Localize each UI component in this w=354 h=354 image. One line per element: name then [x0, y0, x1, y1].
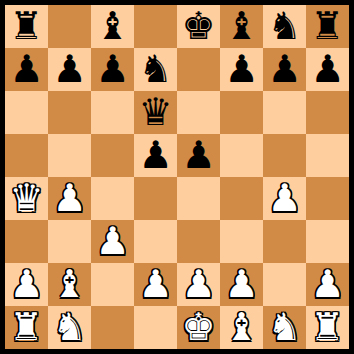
piece-black-pawn[interactable]: ♟: [267, 48, 301, 91]
square-c7[interactable]: ♟: [91, 48, 134, 91]
square-a5[interactable]: [5, 134, 48, 177]
square-a6[interactable]: [5, 91, 48, 134]
piece-white-pawn[interactable]: ♟: [95, 220, 129, 263]
piece-white-queen[interactable]: ♛: [9, 177, 43, 220]
square-a4[interactable]: ♛: [5, 177, 48, 220]
square-d5[interactable]: ♟: [134, 134, 177, 177]
square-d6[interactable]: ♛: [134, 91, 177, 134]
piece-white-rook[interactable]: ♜: [9, 306, 43, 349]
piece-black-bishop[interactable]: ♝: [95, 5, 129, 48]
piece-white-bishop[interactable]: ♝: [224, 306, 258, 349]
chess-board: ♜♝♚♝♞♜♟♟♟♞♟♟♟♛♟♟♛♟♟♟♟♝♟♟♟♟♜♞♚♝♞♜: [5, 5, 349, 349]
piece-black-knight[interactable]: ♞: [138, 48, 172, 91]
piece-black-pawn[interactable]: ♟: [9, 48, 43, 91]
square-a8[interactable]: ♜: [5, 5, 48, 48]
piece-white-pawn[interactable]: ♟: [9, 263, 43, 306]
piece-black-knight[interactable]: ♞: [267, 5, 301, 48]
square-e4[interactable]: [177, 177, 220, 220]
square-h4[interactable]: [306, 177, 349, 220]
square-e6[interactable]: [177, 91, 220, 134]
piece-black-pawn[interactable]: ♟: [181, 134, 215, 177]
piece-white-pawn[interactable]: ♟: [181, 263, 215, 306]
square-h7[interactable]: ♟: [306, 48, 349, 91]
square-a3[interactable]: [5, 220, 48, 263]
square-h8[interactable]: ♜: [306, 5, 349, 48]
piece-black-king[interactable]: ♚: [181, 5, 215, 48]
square-b2[interactable]: ♝: [48, 263, 91, 306]
piece-black-bishop[interactable]: ♝: [224, 5, 258, 48]
square-e1[interactable]: ♚: [177, 306, 220, 349]
square-b6[interactable]: [48, 91, 91, 134]
piece-white-knight[interactable]: ♞: [267, 306, 301, 349]
piece-white-pawn[interactable]: ♟: [310, 263, 344, 306]
square-d8[interactable]: [134, 5, 177, 48]
square-g6[interactable]: [263, 91, 306, 134]
square-c6[interactable]: [91, 91, 134, 134]
piece-black-pawn[interactable]: ♟: [224, 48, 258, 91]
square-h1[interactable]: ♜: [306, 306, 349, 349]
piece-white-pawn[interactable]: ♟: [52, 177, 86, 220]
square-c3[interactable]: ♟: [91, 220, 134, 263]
square-f7[interactable]: ♟: [220, 48, 263, 91]
square-d2[interactable]: ♟: [134, 263, 177, 306]
square-d1[interactable]: [134, 306, 177, 349]
piece-white-rook[interactable]: ♜: [310, 306, 344, 349]
square-c8[interactable]: ♝: [91, 5, 134, 48]
square-f3[interactable]: [220, 220, 263, 263]
square-b3[interactable]: [48, 220, 91, 263]
square-b4[interactable]: ♟: [48, 177, 91, 220]
square-g2[interactable]: [263, 263, 306, 306]
square-g8[interactable]: ♞: [263, 5, 306, 48]
square-a1[interactable]: ♜: [5, 306, 48, 349]
square-h3[interactable]: [306, 220, 349, 263]
square-f4[interactable]: [220, 177, 263, 220]
square-e2[interactable]: ♟: [177, 263, 220, 306]
square-e7[interactable]: [177, 48, 220, 91]
square-e5[interactable]: ♟: [177, 134, 220, 177]
square-g4[interactable]: ♟: [263, 177, 306, 220]
square-f1[interactable]: ♝: [220, 306, 263, 349]
square-h2[interactable]: ♟: [306, 263, 349, 306]
piece-black-rook[interactable]: ♜: [9, 5, 43, 48]
piece-white-pawn[interactable]: ♟: [138, 263, 172, 306]
piece-black-pawn[interactable]: ♟: [138, 134, 172, 177]
square-e8[interactable]: ♚: [177, 5, 220, 48]
square-b8[interactable]: [48, 5, 91, 48]
square-f2[interactable]: ♟: [220, 263, 263, 306]
piece-white-bishop[interactable]: ♝: [52, 263, 86, 306]
square-b5[interactable]: [48, 134, 91, 177]
square-f5[interactable]: [220, 134, 263, 177]
square-h6[interactable]: [306, 91, 349, 134]
square-h5[interactable]: [306, 134, 349, 177]
piece-black-pawn[interactable]: ♟: [52, 48, 86, 91]
piece-white-pawn[interactable]: ♟: [224, 263, 258, 306]
square-b7[interactable]: ♟: [48, 48, 91, 91]
square-g1[interactable]: ♞: [263, 306, 306, 349]
board-frame: ♜♝♚♝♞♜♟♟♟♞♟♟♟♛♟♟♛♟♟♟♟♝♟♟♟♟♜♞♚♝♞♜: [0, 0, 354, 354]
square-g7[interactable]: ♟: [263, 48, 306, 91]
square-f8[interactable]: ♝: [220, 5, 263, 48]
square-c4[interactable]: [91, 177, 134, 220]
square-e3[interactable]: [177, 220, 220, 263]
piece-black-queen[interactable]: ♛: [138, 91, 172, 134]
square-c5[interactable]: [91, 134, 134, 177]
square-g5[interactable]: [263, 134, 306, 177]
square-b1[interactable]: ♞: [48, 306, 91, 349]
square-a7[interactable]: ♟: [5, 48, 48, 91]
piece-white-knight[interactable]: ♞: [52, 306, 86, 349]
square-c2[interactable]: [91, 263, 134, 306]
square-d4[interactable]: [134, 177, 177, 220]
square-c1[interactable]: [91, 306, 134, 349]
square-f6[interactable]: [220, 91, 263, 134]
square-d7[interactable]: ♞: [134, 48, 177, 91]
piece-black-pawn[interactable]: ♟: [310, 48, 344, 91]
piece-white-king[interactable]: ♚: [181, 306, 215, 349]
square-d3[interactable]: [134, 220, 177, 263]
piece-white-pawn[interactable]: ♟: [267, 177, 301, 220]
piece-black-rook[interactable]: ♜: [310, 5, 344, 48]
square-g3[interactable]: [263, 220, 306, 263]
square-a2[interactable]: ♟: [5, 263, 48, 306]
piece-black-pawn[interactable]: ♟: [95, 48, 129, 91]
